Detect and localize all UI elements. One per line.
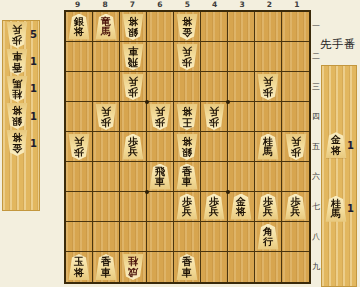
board-cell-6一[interactable] <box>147 12 174 42</box>
board-cell-4五[interactable] <box>201 132 228 162</box>
board-cell-9二[interactable] <box>66 42 93 72</box>
board-cell-3九[interactable] <box>228 252 255 282</box>
board-cell-2三[interactable]: 歩兵 <box>255 72 282 102</box>
piece-kanji: 歩 <box>155 116 165 127</box>
captured-count: 1 <box>30 111 37 122</box>
board-cell-8六[interactable] <box>93 162 120 192</box>
captured-count: 1 <box>347 140 354 151</box>
captured-count: 1 <box>30 56 37 67</box>
gote-hand-slot[interactable]: 香車1 <box>3 48 39 75</box>
board-cell-9八[interactable] <box>66 222 93 252</box>
board-cell-7七[interactable] <box>120 192 147 222</box>
file-label: 6 <box>146 0 173 10</box>
board-cell-1四[interactable] <box>282 102 309 132</box>
board-cell-4一[interactable] <box>201 12 228 42</box>
shogi-piece-歩兵[interactable]: 歩兵 <box>285 134 307 160</box>
shogi-piece-歩兵[interactable]: 歩兵 <box>122 74 144 100</box>
captured-count: 1 <box>30 138 37 149</box>
board-cell-8二[interactable] <box>93 42 120 72</box>
board-cell-6二[interactable] <box>147 42 174 72</box>
board-cell-5七[interactable]: 歩兵 <box>174 192 201 222</box>
shogi-piece-王将[interactable]: 王将 <box>176 104 198 130</box>
piece-kanji: 将 <box>182 106 192 117</box>
shogi-piece-桂馬[interactable]: 桂馬 <box>325 196 347 222</box>
board-cell-7四[interactable] <box>120 102 147 132</box>
piece-kanji: 金 <box>182 26 192 37</box>
piece-kanji: 兵 <box>263 207 273 218</box>
board-cell-9三[interactable] <box>66 72 93 102</box>
board-cell-8一[interactable]: 竜馬 <box>93 12 120 42</box>
board-cell-5四[interactable]: 王将 <box>174 102 201 132</box>
file-label: 7 <box>119 0 146 10</box>
star-point <box>145 190 149 194</box>
shogi-piece-銀将[interactable]: 銀将 <box>68 14 90 40</box>
board-cell-7六[interactable] <box>120 162 147 192</box>
board-cell-4八[interactable] <box>201 222 228 252</box>
piece-kanji: 将 <box>74 268 84 279</box>
piece-kanji: 車 <box>128 46 138 57</box>
piece-kanji: 兵 <box>291 136 301 147</box>
piece-kanji: 兵 <box>101 106 111 117</box>
board-cell-2九[interactable] <box>255 252 282 282</box>
shogi-piece-桂馬[interactable]: 桂馬 <box>6 76 28 102</box>
shogi-piece-歩兵[interactable]: 歩兵 <box>203 104 225 130</box>
piece-kanji: 玉 <box>74 257 84 268</box>
piece-kanji: 銀 <box>182 146 192 157</box>
board-cell-5三[interactable] <box>174 72 201 102</box>
board-cell-2五[interactable]: 桂馬 <box>255 132 282 162</box>
piece-kanji: 王 <box>182 116 192 127</box>
piece-kanji: 車 <box>182 268 192 279</box>
piece-kanji: 歩 <box>128 86 138 97</box>
piece-kanji: 兵 <box>182 46 192 57</box>
board-cell-4九[interactable] <box>201 252 228 282</box>
piece-kanji: 将 <box>128 16 138 27</box>
board-cell-3一[interactable] <box>228 12 255 42</box>
shogi-piece-歩兵[interactable]: 歩兵 <box>257 194 279 220</box>
gote-captured-tray[interactable]: 歩兵5香車1桂馬1銀将1金将1 <box>2 20 40 211</box>
shogi-piece-歩兵[interactable]: 歩兵 <box>6 22 28 48</box>
shogi-piece-銀将[interactable]: 銀将 <box>6 103 28 129</box>
board-cell-3八[interactable] <box>228 222 255 252</box>
piece-kanji: 歩 <box>291 146 301 157</box>
shogi-piece-歩兵[interactable]: 歩兵 <box>149 104 171 130</box>
shogi-piece-銀将[interactable]: 銀将 <box>176 134 198 160</box>
board-cell-9六[interactable] <box>66 162 93 192</box>
piece-kanji: 将 <box>182 16 192 27</box>
piece-kanji: 歩 <box>74 146 84 157</box>
piece-kanji: 兵 <box>155 106 165 117</box>
captured-count: 1 <box>30 83 37 94</box>
piece-kanji: 兵 <box>128 147 138 158</box>
piece-kanji: 兵 <box>209 106 219 117</box>
board-cell-1三[interactable] <box>282 72 309 102</box>
shogi-piece-金将[interactable]: 金将 <box>176 14 198 40</box>
file-label: 8 <box>91 0 118 10</box>
board-cell-9七[interactable] <box>66 192 93 222</box>
file-label: 9 <box>64 0 91 10</box>
shogi-piece-銀将[interactable]: 銀将 <box>122 14 144 40</box>
gote-hand-slot[interactable]: 銀将1 <box>3 103 39 130</box>
sente-hand-slot[interactable]: 桂馬1 <box>322 193 356 225</box>
gote-hand-slot[interactable]: 金将1 <box>3 130 39 157</box>
piece-kanji: 兵 <box>128 76 138 87</box>
gote-hand-slot[interactable]: 桂馬1 <box>3 75 39 102</box>
board-cell-1一[interactable] <box>282 12 309 42</box>
board-cell-5九[interactable]: 香車 <box>174 252 201 282</box>
piece-kanji: 飛 <box>128 56 138 67</box>
piece-kanji: 歩 <box>12 34 22 45</box>
file-label: 3 <box>228 0 255 10</box>
board-cell-4四[interactable]: 歩兵 <box>201 102 228 132</box>
board-cell-3七[interactable]: 金将 <box>228 192 255 222</box>
board-cell-6三[interactable] <box>147 72 174 102</box>
piece-kanji: 将 <box>12 105 22 116</box>
board-cell-2六[interactable] <box>255 162 282 192</box>
shogi-piece-竜馬[interactable]: 竜馬 <box>95 14 117 40</box>
board-cell-7三[interactable]: 歩兵 <box>120 72 147 102</box>
piece-kanji: 歩 <box>101 116 111 127</box>
piece-kanji: 馬 <box>331 209 341 220</box>
turn-indicator: 先手番 <box>320 37 360 52</box>
shogi-piece-香車[interactable]: 香車 <box>95 254 117 280</box>
piece-kanji: 将 <box>182 136 192 147</box>
captured-count: 5 <box>30 29 37 40</box>
board-cell-8三[interactable] <box>93 72 120 102</box>
file-labels: 987654321 <box>64 0 311 10</box>
star-point <box>226 190 230 194</box>
piece-kanji: 車 <box>101 268 111 279</box>
piece-kanji: 歩 <box>182 56 192 67</box>
shogi-piece-金将[interactable]: 金将 <box>325 132 347 158</box>
piece-kanji: 兵 <box>182 207 192 218</box>
shogi-board[interactable]: 銀将竜馬銀将金将飛車歩兵歩兵歩兵歩兵歩兵王将歩兵歩兵歩兵銀将桂馬歩兵飛車香車歩兵… <box>64 10 311 284</box>
piece-kanji: 歩 <box>209 116 219 127</box>
shogi-piece-飛車[interactable]: 飛車 <box>149 164 171 190</box>
piece-kanji: 銀 <box>128 26 138 37</box>
shogi-piece-香車[interactable]: 香車 <box>176 164 198 190</box>
piece-kanji: 銀 <box>12 116 22 127</box>
shogi-piece-金将[interactable]: 金将 <box>6 130 28 156</box>
board-cell-8八[interactable] <box>93 222 120 252</box>
star-point <box>226 100 230 104</box>
board-cell-4六[interactable] <box>201 162 228 192</box>
piece-kanji: 将 <box>331 146 341 157</box>
shogi-piece-歩兵[interactable]: 歩兵 <box>122 134 144 160</box>
board-cell-5六[interactable]: 香車 <box>174 162 201 192</box>
board-cell-5一[interactable]: 金将 <box>174 12 201 42</box>
board-cell-1二[interactable] <box>282 42 309 72</box>
board-cell-2一[interactable] <box>255 12 282 42</box>
piece-kanji: 将 <box>236 207 246 218</box>
shogi-piece-歩兵[interactable]: 歩兵 <box>68 134 90 160</box>
board-cell-4三[interactable] <box>201 72 228 102</box>
shogi-piece-歩兵[interactable]: 歩兵 <box>176 44 198 70</box>
shogi-diagram: 987654321 一二三四五六七八九 銀将竜馬銀将金将飛車歩兵歩兵歩兵歩兵歩兵… <box>0 0 360 287</box>
piece-kanji: 将 <box>12 132 22 143</box>
piece-kanji: 馬 <box>263 147 273 158</box>
piece-kanji: 香 <box>12 61 22 72</box>
shogi-piece-歩兵[interactable]: 歩兵 <box>176 194 198 220</box>
board-cell-9五[interactable]: 歩兵 <box>66 132 93 162</box>
piece-kanji: 兵 <box>74 136 84 147</box>
piece-kanji: 将 <box>74 27 84 38</box>
piece-kanji: 成 <box>128 267 138 278</box>
file-label: 4 <box>201 0 228 10</box>
board-cell-1五[interactable]: 歩兵 <box>282 132 309 162</box>
board-cell-4二[interactable] <box>201 42 228 72</box>
board-cell-8七[interactable] <box>93 192 120 222</box>
board-cell-7九[interactable]: 成桂 <box>120 252 147 282</box>
piece-kanji: 兵 <box>263 76 273 87</box>
board-cell-8五[interactable] <box>93 132 120 162</box>
sente-hand-slot[interactable]: 金将1 <box>322 129 356 161</box>
board-cell-1六[interactable] <box>282 162 309 192</box>
board-cell-6四[interactable]: 歩兵 <box>147 102 174 132</box>
piece-kanji: 香 <box>182 257 192 268</box>
board-cell-6五[interactable] <box>147 132 174 162</box>
piece-kanji: 桂 <box>128 256 138 267</box>
file-label: 2 <box>256 0 283 10</box>
piece-kanji: 兵 <box>291 207 301 218</box>
piece-kanji: 歩 <box>263 86 273 97</box>
board-cell-6九[interactable] <box>147 252 174 282</box>
board-cell-3六[interactable] <box>228 162 255 192</box>
shogi-piece-歩兵[interactable]: 歩兵 <box>203 194 225 220</box>
piece-kanji: 金 <box>12 143 22 154</box>
piece-kanji: 兵 <box>209 207 219 218</box>
board-cell-3五[interactable] <box>228 132 255 162</box>
board-cell-3二[interactable] <box>228 42 255 72</box>
board-cell-2七[interactable]: 歩兵 <box>255 192 282 222</box>
shogi-piece-香車[interactable]: 香車 <box>176 254 198 280</box>
board-cell-3四[interactable] <box>228 102 255 132</box>
board-cell-5二[interactable]: 歩兵 <box>174 42 201 72</box>
piece-kanji: 馬 <box>12 78 22 89</box>
piece-kanji: 兵 <box>12 24 22 35</box>
star-point <box>145 100 149 104</box>
board-cell-2四[interactable] <box>255 102 282 132</box>
piece-kanji: 行 <box>263 237 273 248</box>
shogi-piece-金将[interactable]: 金将 <box>230 194 252 220</box>
shogi-piece-香車[interactable]: 香車 <box>6 49 28 75</box>
board-cell-2二[interactable] <box>255 42 282 72</box>
shogi-piece-成桂[interactable]: 成桂 <box>122 254 144 280</box>
board-cell-1八[interactable] <box>282 222 309 252</box>
piece-kanji: 桂 <box>12 88 22 99</box>
piece-kanji: 車 <box>12 51 22 62</box>
board-cell-8四[interactable]: 歩兵 <box>93 102 120 132</box>
file-label: 5 <box>174 0 201 10</box>
board-cell-5八[interactable] <box>174 222 201 252</box>
board-cell-5五[interactable]: 銀将 <box>174 132 201 162</box>
board-cell-1七[interactable]: 歩兵 <box>282 192 309 222</box>
board-cell-2八[interactable]: 角行 <box>255 222 282 252</box>
shogi-piece-歩兵[interactable]: 歩兵 <box>285 194 307 220</box>
piece-kanji: 馬 <box>101 27 111 38</box>
sente-captured-tray[interactable]: 金将1桂馬1 <box>321 65 357 287</box>
board-cell-9一[interactable]: 銀将 <box>66 12 93 42</box>
shogi-piece-歩兵[interactable]: 歩兵 <box>257 74 279 100</box>
board-cell-6六[interactable]: 飛車 <box>147 162 174 192</box>
shogi-piece-玉将[interactable]: 玉将 <box>68 254 90 280</box>
shogi-piece-歩兵[interactable]: 歩兵 <box>95 104 117 130</box>
board-cell-1九[interactable] <box>282 252 309 282</box>
shogi-piece-角行[interactable]: 角行 <box>257 224 279 250</box>
board-cell-4七[interactable]: 歩兵 <box>201 192 228 222</box>
shogi-piece-桂馬[interactable]: 桂馬 <box>257 134 279 160</box>
board-cell-7一[interactable]: 銀将 <box>120 12 147 42</box>
board-cell-9九[interactable]: 玉将 <box>66 252 93 282</box>
board-cell-3三[interactable] <box>228 72 255 102</box>
captured-count: 1 <box>347 203 354 214</box>
board-cell-8九[interactable]: 香車 <box>93 252 120 282</box>
board-cell-6七[interactable] <box>147 192 174 222</box>
piece-kanji: 車 <box>155 177 165 188</box>
board-cell-7五[interactable]: 歩兵 <box>120 132 147 162</box>
shogi-piece-飛車[interactable]: 飛車 <box>122 44 144 70</box>
board-cell-7八[interactable] <box>120 222 147 252</box>
gote-hand-slot[interactable]: 歩兵5 <box>3 21 39 48</box>
piece-kanji: 香 <box>101 257 111 268</box>
board-cell-7二[interactable]: 飛車 <box>120 42 147 72</box>
board-cell-9四[interactable] <box>66 102 93 132</box>
board-cell-6八[interactable] <box>147 222 174 252</box>
file-label: 1 <box>283 0 310 10</box>
piece-kanji: 車 <box>182 177 192 188</box>
